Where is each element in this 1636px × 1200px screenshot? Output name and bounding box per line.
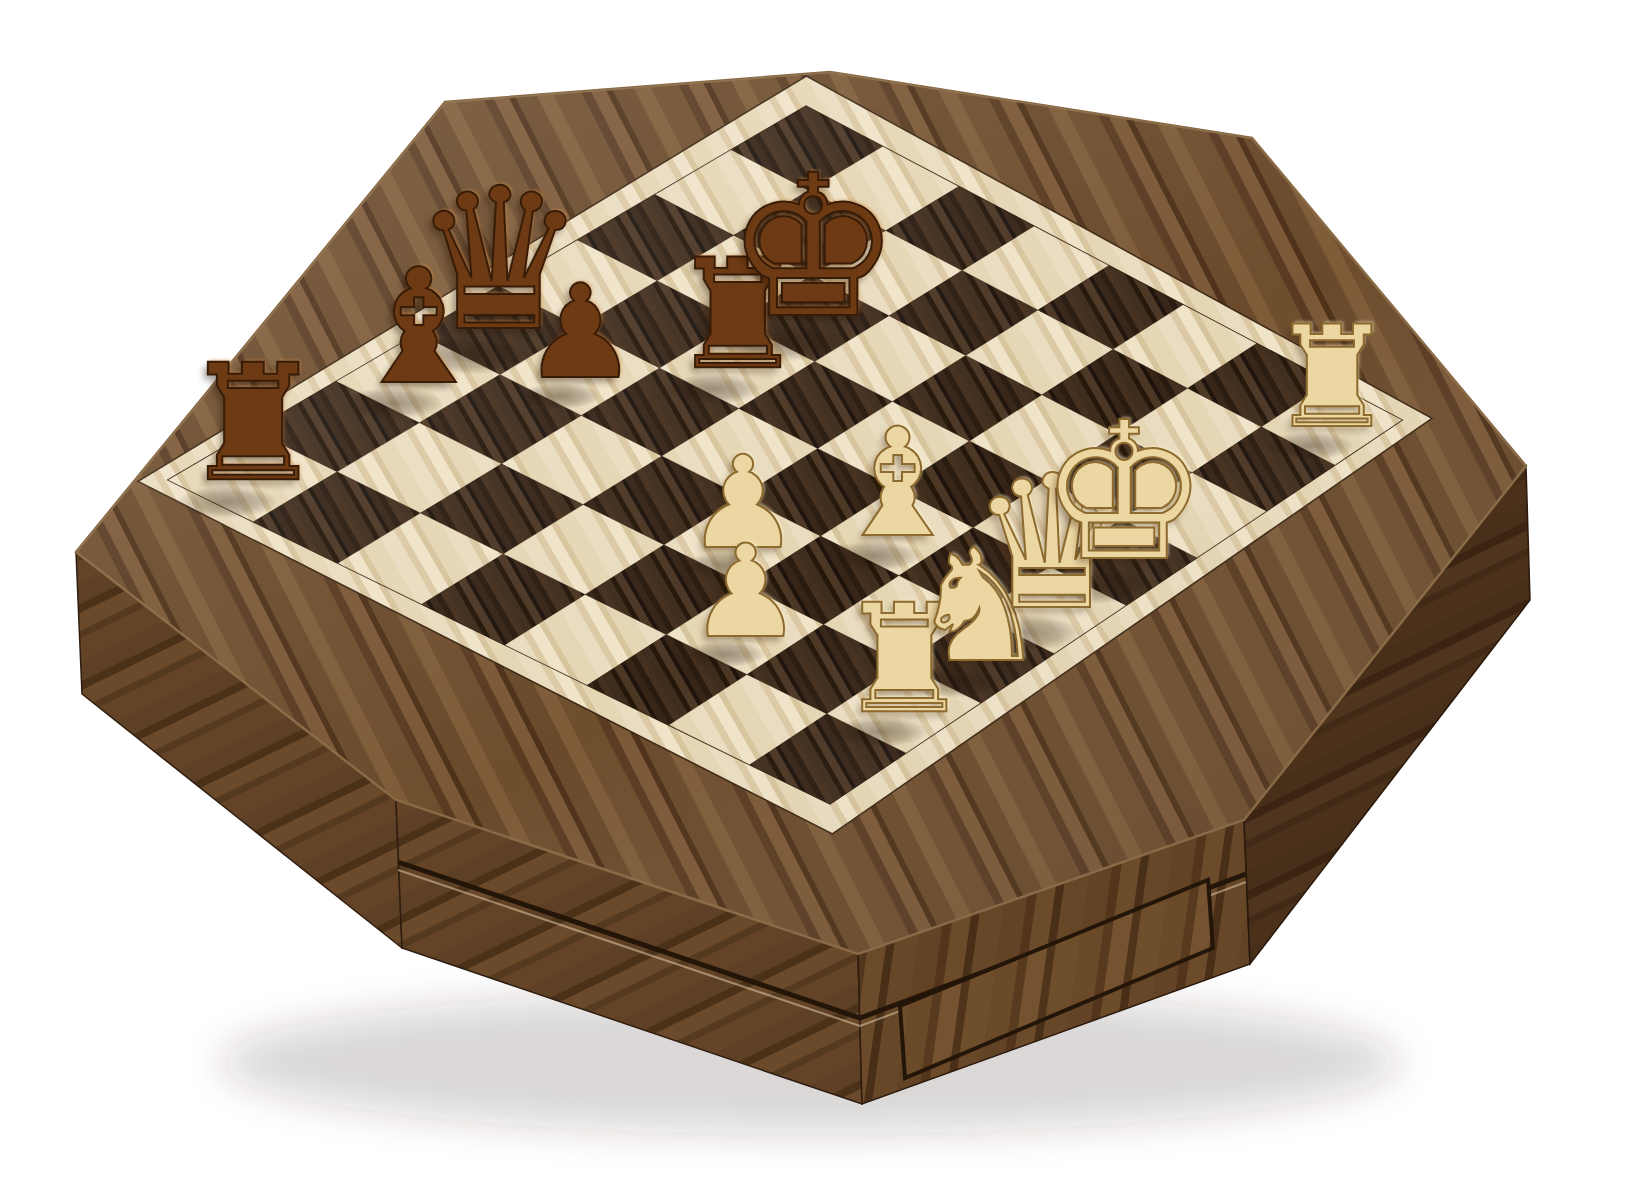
piece-dark-king[interactable]: ♚ <box>725 149 901 345</box>
piece-dark-pawn[interactable]: ♟ <box>522 269 638 399</box>
piece-white-rook[interactable]: ♜ <box>1269 308 1395 448</box>
piece-dark-rook[interactable]: ♜ <box>181 343 326 504</box>
piece-white-king[interactable]: ♚ <box>1039 397 1209 587</box>
piece-white-pawn[interactable]: ♟ <box>688 528 803 656</box>
chess-set-photo: ♜♝♛♟♜♚♟♟♝♜♞♛♚♜ <box>0 0 1636 1200</box>
